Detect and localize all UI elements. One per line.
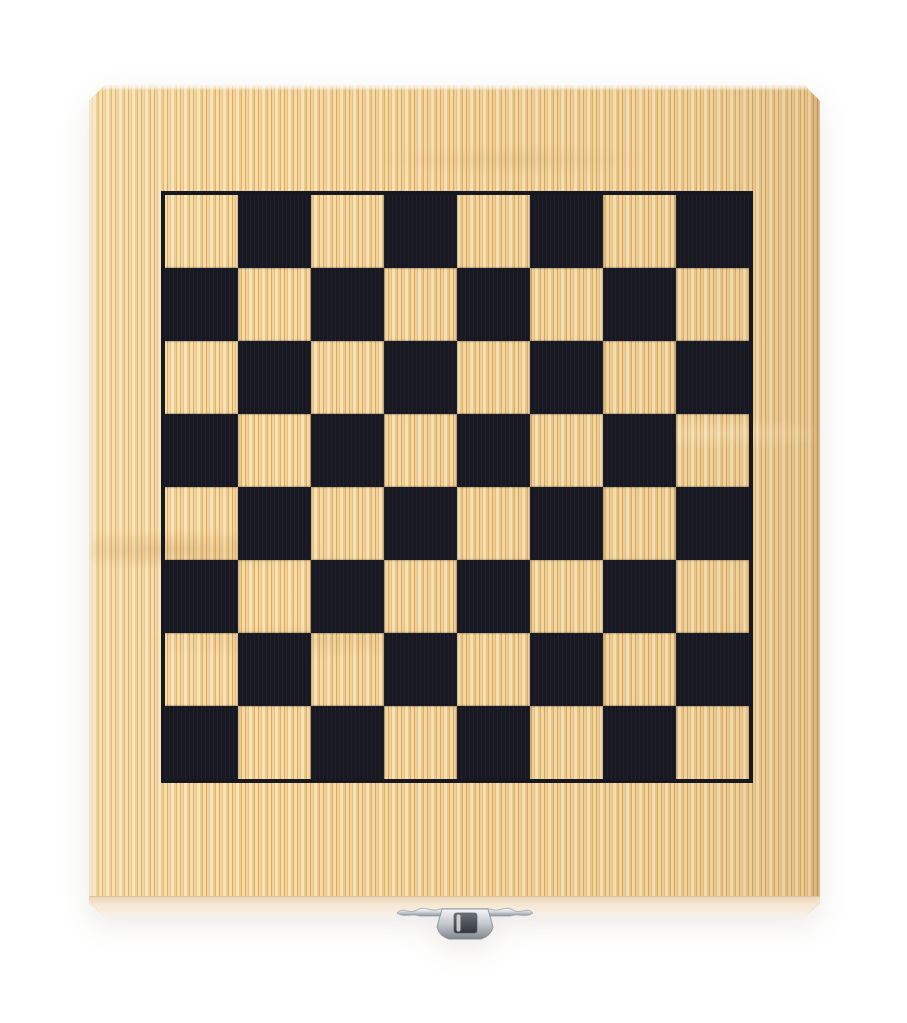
square-f8[interactable]: [530, 195, 603, 268]
square-h8[interactable]: [676, 195, 749, 268]
square-g2[interactable]: [603, 633, 676, 706]
photo-background: [0, 0, 907, 1023]
square-c1[interactable]: [311, 706, 384, 779]
square-h7[interactable]: [676, 268, 749, 341]
square-d5[interactable]: [384, 414, 457, 487]
square-d7[interactable]: [384, 268, 457, 341]
square-a3[interactable]: [165, 560, 238, 633]
square-f6[interactable]: [530, 341, 603, 414]
box-lid-surface: [89, 85, 820, 915]
square-h2[interactable]: [676, 633, 749, 706]
square-f5[interactable]: [530, 414, 603, 487]
square-b6[interactable]: [238, 341, 311, 414]
square-c5[interactable]: [311, 414, 384, 487]
square-a6[interactable]: [165, 341, 238, 414]
square-b4[interactable]: [238, 487, 311, 560]
square-b5[interactable]: [238, 414, 311, 487]
square-b1[interactable]: [238, 706, 311, 779]
square-f3[interactable]: [530, 560, 603, 633]
square-b8[interactable]: [238, 195, 311, 268]
clasp-icon: [395, 901, 535, 945]
square-g1[interactable]: [603, 706, 676, 779]
square-c2[interactable]: [311, 633, 384, 706]
square-b7[interactable]: [238, 268, 311, 341]
square-a2[interactable]: [165, 633, 238, 706]
bamboo-chess-box: [89, 85, 820, 915]
square-c6[interactable]: [311, 341, 384, 414]
square-d8[interactable]: [384, 195, 457, 268]
square-e5[interactable]: [457, 414, 530, 487]
chess-board: [161, 191, 753, 783]
square-e6[interactable]: [457, 341, 530, 414]
square-e7[interactable]: [457, 268, 530, 341]
square-a1[interactable]: [165, 706, 238, 779]
square-d1[interactable]: [384, 706, 457, 779]
square-e1[interactable]: [457, 706, 530, 779]
square-g4[interactable]: [603, 487, 676, 560]
square-f2[interactable]: [530, 633, 603, 706]
square-d6[interactable]: [384, 341, 457, 414]
box-clasp[interactable]: [395, 901, 535, 945]
square-d2[interactable]: [384, 633, 457, 706]
square-g6[interactable]: [603, 341, 676, 414]
square-b3[interactable]: [238, 560, 311, 633]
square-h6[interactable]: [676, 341, 749, 414]
square-b2[interactable]: [238, 633, 311, 706]
square-d3[interactable]: [384, 560, 457, 633]
square-a8[interactable]: [165, 195, 238, 268]
square-g8[interactable]: [603, 195, 676, 268]
square-a5[interactable]: [165, 414, 238, 487]
square-c4[interactable]: [311, 487, 384, 560]
square-g5[interactable]: [603, 414, 676, 487]
square-h5[interactable]: [676, 414, 749, 487]
square-h4[interactable]: [676, 487, 749, 560]
square-c7[interactable]: [311, 268, 384, 341]
square-d4[interactable]: [384, 487, 457, 560]
square-a7[interactable]: [165, 268, 238, 341]
square-g7[interactable]: [603, 268, 676, 341]
square-e3[interactable]: [457, 560, 530, 633]
square-f4[interactable]: [530, 487, 603, 560]
square-h1[interactable]: [676, 706, 749, 779]
square-h3[interactable]: [676, 560, 749, 633]
square-f1[interactable]: [530, 706, 603, 779]
square-c8[interactable]: [311, 195, 384, 268]
square-f7[interactable]: [530, 268, 603, 341]
square-a4[interactable]: [165, 487, 238, 560]
square-c3[interactable]: [311, 560, 384, 633]
square-g3[interactable]: [603, 560, 676, 633]
square-e8[interactable]: [457, 195, 530, 268]
square-e2[interactable]: [457, 633, 530, 706]
square-e4[interactable]: [457, 487, 530, 560]
